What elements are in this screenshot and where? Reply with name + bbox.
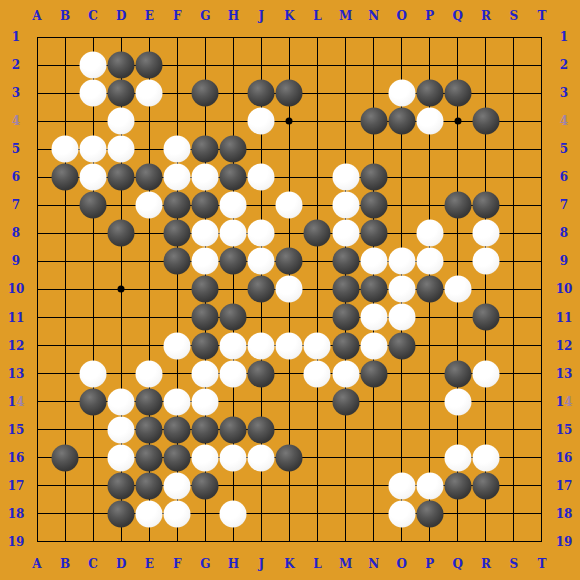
- column-label-top-L: L: [313, 9, 321, 23]
- column-label-bottom-S: S: [510, 557, 519, 571]
- column-label-bottom-N: N: [368, 557, 379, 571]
- row-label-left-16: 16: [8, 451, 25, 465]
- column-label-bottom-R: R: [481, 557, 491, 571]
- column-label-bottom-M: M: [339, 557, 352, 571]
- row-label-right-7: 7: [560, 198, 568, 212]
- column-label-top-G: G: [200, 9, 210, 23]
- column-label-bottom-O: O: [396, 557, 406, 571]
- column-label-top-K: K: [284, 9, 294, 23]
- column-label-top-C: C: [88, 9, 98, 23]
- column-label-top-O: O: [396, 9, 406, 23]
- row-label-left-2: 2: [12, 58, 20, 72]
- column-label-top-H: H: [228, 9, 239, 23]
- row-label-right-8: 8: [560, 226, 568, 240]
- row-label-right-19: 19: [556, 535, 573, 549]
- row-label-left-3: 3: [12, 86, 20, 100]
- column-label-bottom-F: F: [173, 557, 182, 571]
- column-label-top-P: P: [425, 9, 434, 23]
- row-label-right-15: 15: [556, 423, 573, 437]
- column-label-top-D: D: [116, 9, 126, 23]
- row-label-left-11: 11: [8, 311, 25, 325]
- column-label-top-T: T: [538, 9, 547, 23]
- row-label-right-14: 14: [556, 395, 573, 409]
- row-label-left-10: 10: [8, 282, 25, 296]
- column-label-bottom-Q: Q: [453, 557, 463, 571]
- row-label-left-5: 5: [12, 142, 20, 156]
- row-label-left-14: 14: [8, 395, 25, 409]
- row-label-left-17: 17: [8, 479, 25, 493]
- row-label-right-1: 1: [560, 30, 568, 44]
- row-label-right-3: 3: [560, 86, 568, 100]
- column-label-top-F: F: [173, 9, 182, 23]
- column-label-bottom-J: J: [259, 557, 265, 571]
- row-label-left-4: 4: [12, 114, 20, 128]
- column-label-top-R: R: [481, 9, 491, 23]
- row-label-right-13: 13: [556, 367, 573, 381]
- column-label-bottom-P: P: [425, 557, 434, 571]
- row-label-right-9: 9: [560, 254, 568, 268]
- row-label-right-5: 5: [560, 142, 568, 156]
- row-label-right-11: 11: [556, 311, 573, 325]
- row-label-left-19: 19: [8, 535, 25, 549]
- column-label-bottom-L: L: [313, 557, 321, 571]
- column-label-top-S: S: [510, 9, 519, 23]
- column-label-bottom-T: T: [538, 557, 547, 571]
- column-label-top-J: J: [259, 9, 265, 23]
- row-label-left-15: 15: [8, 423, 25, 437]
- board-coordinate-labels: AABBCCDDEEFFGGHHJJKKLLMMNNOOPPQQRRSSTT11…: [0, 0, 580, 580]
- column-label-bottom-E: E: [145, 557, 154, 571]
- row-label-left-13: 13: [8, 367, 25, 381]
- column-label-top-Q: Q: [453, 9, 463, 23]
- row-label-left-12: 12: [8, 339, 25, 353]
- column-label-top-B: B: [60, 9, 70, 23]
- column-label-bottom-D: D: [116, 557, 126, 571]
- column-label-top-A: A: [32, 9, 41, 23]
- column-label-bottom-C: C: [88, 557, 98, 571]
- row-label-left-6: 6: [12, 170, 20, 184]
- row-label-right-12: 12: [556, 339, 573, 353]
- row-label-right-16: 16: [556, 451, 573, 465]
- row-label-left-7: 7: [12, 198, 20, 212]
- column-label-bottom-G: G: [200, 557, 210, 571]
- row-label-right-10: 10: [556, 282, 573, 296]
- row-label-right-2: 2: [560, 58, 568, 72]
- column-label-bottom-A: A: [32, 557, 41, 571]
- row-label-right-18: 18: [556, 507, 573, 521]
- row-label-left-8: 8: [12, 226, 20, 240]
- row-label-left-9: 9: [12, 254, 20, 268]
- row-label-right-4: 4: [560, 114, 568, 128]
- row-label-left-1: 1: [12, 30, 20, 44]
- column-label-bottom-K: K: [284, 557, 294, 571]
- row-label-right-17: 17: [556, 479, 573, 493]
- column-label-bottom-H: H: [228, 557, 239, 571]
- go-board-app: AABBCCDDEEFFGGHHJJKKLLMMNNOOPPQQRRSSTT11…: [0, 0, 580, 580]
- column-label-top-N: N: [368, 9, 379, 23]
- column-label-top-E: E: [145, 9, 154, 23]
- row-label-right-6: 6: [560, 170, 568, 184]
- column-label-top-M: M: [339, 9, 352, 23]
- column-label-bottom-B: B: [60, 557, 70, 571]
- row-label-left-18: 18: [8, 507, 25, 521]
